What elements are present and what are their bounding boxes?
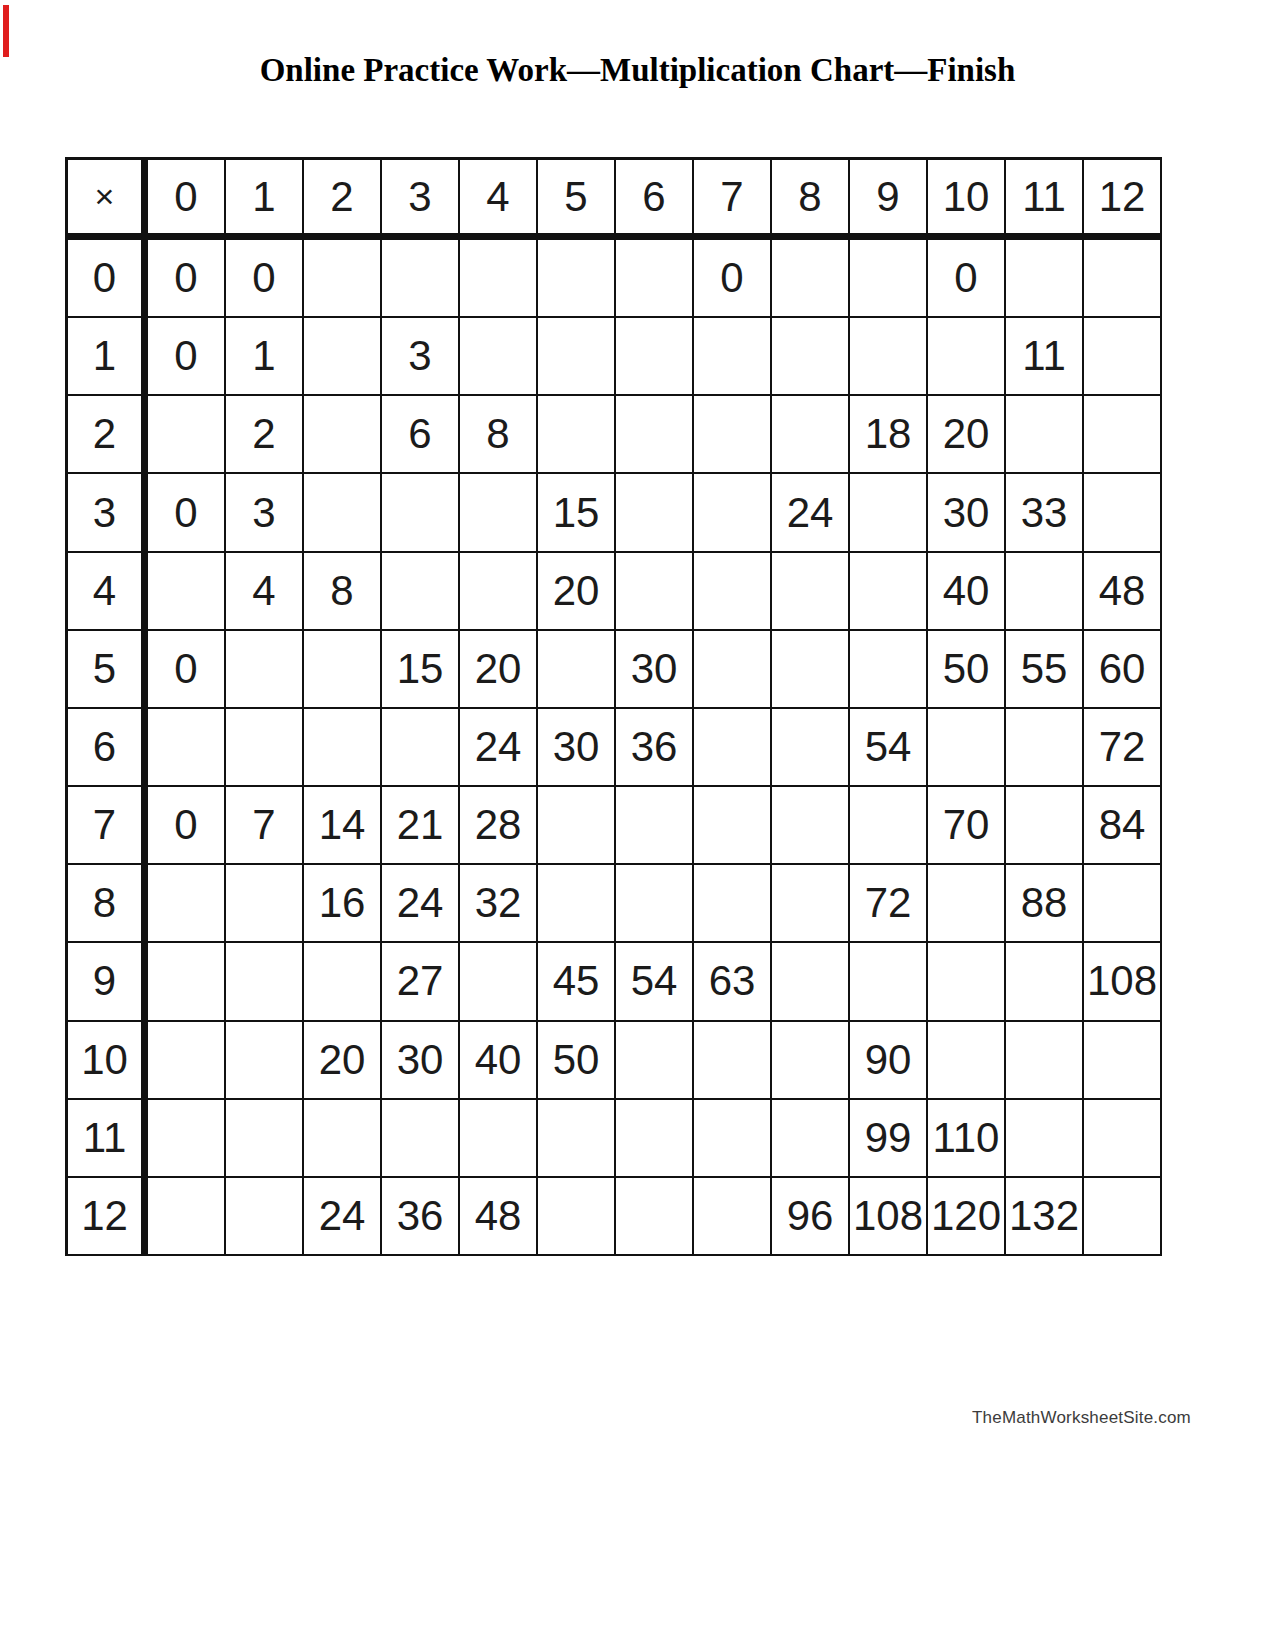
row-header-2: 2 bbox=[68, 396, 148, 474]
empty-cell-r4c11 bbox=[1006, 553, 1084, 631]
product-cell-r6c12: 72 bbox=[1084, 709, 1162, 787]
col-header-8: 8 bbox=[772, 160, 850, 240]
empty-cell-r9c1 bbox=[226, 943, 304, 1021]
empty-cell-r8c5 bbox=[538, 865, 616, 943]
empty-cell-r1c4 bbox=[460, 318, 538, 396]
product-cell-r12c3: 36 bbox=[382, 1178, 460, 1256]
col-header-4: 4 bbox=[460, 160, 538, 240]
col-header-12: 12 bbox=[1084, 160, 1162, 240]
row-header-10: 10 bbox=[68, 1022, 148, 1100]
empty-cell-r0c4 bbox=[460, 240, 538, 318]
empty-cell-r2c5 bbox=[538, 396, 616, 474]
empty-cell-r12c5 bbox=[538, 1178, 616, 1256]
empty-cell-r9c10 bbox=[928, 943, 1006, 1021]
empty-cell-r10c1 bbox=[226, 1022, 304, 1100]
empty-cell-r12c1 bbox=[226, 1178, 304, 1256]
product-cell-r0c10: 0 bbox=[928, 240, 1006, 318]
col-header-1: 1 bbox=[226, 160, 304, 240]
empty-cell-r12c12 bbox=[1084, 1178, 1162, 1256]
empty-cell-r4c9 bbox=[850, 553, 928, 631]
product-cell-r4c10: 40 bbox=[928, 553, 1006, 631]
product-cell-r11c9: 99 bbox=[850, 1100, 928, 1178]
empty-cell-r3c4 bbox=[460, 474, 538, 552]
empty-cell-r11c7 bbox=[694, 1100, 772, 1178]
product-cell-r12c8: 96 bbox=[772, 1178, 850, 1256]
empty-cell-r8c6 bbox=[616, 865, 694, 943]
product-cell-r5c3: 15 bbox=[382, 631, 460, 709]
empty-cell-r3c3 bbox=[382, 474, 460, 552]
empty-cell-r12c0 bbox=[148, 1178, 226, 1256]
empty-cell-r1c9 bbox=[850, 318, 928, 396]
product-cell-r9c12: 108 bbox=[1084, 943, 1162, 1021]
empty-cell-r11c0 bbox=[148, 1100, 226, 1178]
empty-cell-r10c12 bbox=[1084, 1022, 1162, 1100]
empty-cell-r3c2 bbox=[304, 474, 382, 552]
product-cell-r3c5: 15 bbox=[538, 474, 616, 552]
empty-cell-r5c2 bbox=[304, 631, 382, 709]
empty-cell-r1c5 bbox=[538, 318, 616, 396]
empty-cell-r9c0 bbox=[148, 943, 226, 1021]
empty-cell-r6c7 bbox=[694, 709, 772, 787]
col-header-0: 0 bbox=[148, 160, 226, 240]
times-symbol-corner: × bbox=[68, 160, 148, 240]
product-cell-r10c5: 50 bbox=[538, 1022, 616, 1100]
col-header-11: 11 bbox=[1006, 160, 1084, 240]
col-header-2: 2 bbox=[304, 160, 382, 240]
product-cell-r3c0: 0 bbox=[148, 474, 226, 552]
empty-cell-r2c0 bbox=[148, 396, 226, 474]
col-header-10: 10 bbox=[928, 160, 1006, 240]
empty-cell-r1c7 bbox=[694, 318, 772, 396]
empty-cell-r2c7 bbox=[694, 396, 772, 474]
product-cell-r8c9: 72 bbox=[850, 865, 928, 943]
empty-cell-r0c3 bbox=[382, 240, 460, 318]
empty-cell-r5c1 bbox=[226, 631, 304, 709]
product-cell-r12c9: 108 bbox=[850, 1178, 928, 1256]
empty-cell-r4c3 bbox=[382, 553, 460, 631]
product-cell-r6c9: 54 bbox=[850, 709, 928, 787]
empty-cell-r7c8 bbox=[772, 787, 850, 865]
empty-cell-r9c2 bbox=[304, 943, 382, 1021]
empty-cell-r4c0 bbox=[148, 553, 226, 631]
empty-cell-r2c6 bbox=[616, 396, 694, 474]
product-cell-r5c10: 50 bbox=[928, 631, 1006, 709]
empty-cell-r11c11 bbox=[1006, 1100, 1084, 1178]
col-header-9: 9 bbox=[850, 160, 928, 240]
row-header-8: 8 bbox=[68, 865, 148, 943]
empty-cell-r11c6 bbox=[616, 1100, 694, 1178]
product-cell-r12c4: 48 bbox=[460, 1178, 538, 1256]
product-cell-r7c10: 70 bbox=[928, 787, 1006, 865]
col-header-3: 3 bbox=[382, 160, 460, 240]
empty-cell-r11c2 bbox=[304, 1100, 382, 1178]
empty-cell-r7c9 bbox=[850, 787, 928, 865]
product-cell-r7c3: 21 bbox=[382, 787, 460, 865]
product-cell-r2c4: 8 bbox=[460, 396, 538, 474]
empty-cell-r1c10 bbox=[928, 318, 1006, 396]
product-cell-r3c1: 3 bbox=[226, 474, 304, 552]
product-cell-r7c0: 0 bbox=[148, 787, 226, 865]
product-cell-r6c6: 36 bbox=[616, 709, 694, 787]
empty-cell-r10c10 bbox=[928, 1022, 1006, 1100]
empty-cell-r1c2 bbox=[304, 318, 382, 396]
empty-cell-r4c4 bbox=[460, 553, 538, 631]
empty-cell-r2c12 bbox=[1084, 396, 1162, 474]
empty-cell-r2c2 bbox=[304, 396, 382, 474]
product-cell-r0c0: 0 bbox=[148, 240, 226, 318]
empty-cell-r11c12 bbox=[1084, 1100, 1162, 1178]
product-cell-r4c2: 8 bbox=[304, 553, 382, 631]
product-cell-r1c0: 0 bbox=[148, 318, 226, 396]
empty-cell-r6c1 bbox=[226, 709, 304, 787]
product-cell-r10c2: 20 bbox=[304, 1022, 382, 1100]
product-cell-r9c6: 54 bbox=[616, 943, 694, 1021]
empty-cell-r9c4 bbox=[460, 943, 538, 1021]
product-cell-r11c10: 110 bbox=[928, 1100, 1006, 1178]
product-cell-r0c7: 0 bbox=[694, 240, 772, 318]
product-cell-r8c2: 16 bbox=[304, 865, 382, 943]
empty-cell-r3c9 bbox=[850, 474, 928, 552]
product-cell-r2c10: 20 bbox=[928, 396, 1006, 474]
empty-cell-r0c2 bbox=[304, 240, 382, 318]
col-header-6: 6 bbox=[616, 160, 694, 240]
product-cell-r1c1: 1 bbox=[226, 318, 304, 396]
empty-cell-r5c7 bbox=[694, 631, 772, 709]
product-cell-r7c2: 14 bbox=[304, 787, 382, 865]
empty-cell-r1c6 bbox=[616, 318, 694, 396]
product-cell-r8c11: 88 bbox=[1006, 865, 1084, 943]
empty-cell-r10c6 bbox=[616, 1022, 694, 1100]
product-cell-r4c1: 4 bbox=[226, 553, 304, 631]
empty-cell-r9c9 bbox=[850, 943, 928, 1021]
product-cell-r10c4: 40 bbox=[460, 1022, 538, 1100]
red-edge-mark bbox=[3, 5, 9, 57]
empty-cell-r8c1 bbox=[226, 865, 304, 943]
empty-cell-r7c6 bbox=[616, 787, 694, 865]
product-cell-r2c9: 18 bbox=[850, 396, 928, 474]
row-header-12: 12 bbox=[68, 1178, 148, 1256]
empty-cell-r7c7 bbox=[694, 787, 772, 865]
product-cell-r8c3: 24 bbox=[382, 865, 460, 943]
empty-cell-r11c8 bbox=[772, 1100, 850, 1178]
empty-cell-r10c8 bbox=[772, 1022, 850, 1100]
empty-cell-r0c8 bbox=[772, 240, 850, 318]
empty-cell-r5c5 bbox=[538, 631, 616, 709]
product-cell-r9c7: 63 bbox=[694, 943, 772, 1021]
empty-cell-r8c0 bbox=[148, 865, 226, 943]
empty-cell-r6c2 bbox=[304, 709, 382, 787]
empty-cell-r11c4 bbox=[460, 1100, 538, 1178]
product-cell-r7c1: 7 bbox=[226, 787, 304, 865]
product-cell-r10c3: 30 bbox=[382, 1022, 460, 1100]
row-header-0: 0 bbox=[68, 240, 148, 318]
empty-cell-r6c11 bbox=[1006, 709, 1084, 787]
empty-cell-r12c6 bbox=[616, 1178, 694, 1256]
product-cell-r7c12: 84 bbox=[1084, 787, 1162, 865]
product-cell-r5c0: 0 bbox=[148, 631, 226, 709]
product-cell-r2c1: 2 bbox=[226, 396, 304, 474]
col-header-7: 7 bbox=[694, 160, 772, 240]
product-cell-r5c6: 30 bbox=[616, 631, 694, 709]
product-cell-r9c5: 45 bbox=[538, 943, 616, 1021]
site-credit: TheMathWorksheetSite.com bbox=[972, 1408, 1191, 1428]
empty-cell-r8c10 bbox=[928, 865, 1006, 943]
empty-cell-r6c8 bbox=[772, 709, 850, 787]
empty-cell-r7c5 bbox=[538, 787, 616, 865]
empty-cell-r4c8 bbox=[772, 553, 850, 631]
empty-cell-r8c8 bbox=[772, 865, 850, 943]
empty-cell-r3c12 bbox=[1084, 474, 1162, 552]
empty-cell-r11c3 bbox=[382, 1100, 460, 1178]
empty-cell-r10c0 bbox=[148, 1022, 226, 1100]
product-cell-r10c9: 90 bbox=[850, 1022, 928, 1100]
empty-cell-r0c5 bbox=[538, 240, 616, 318]
product-cell-r5c11: 55 bbox=[1006, 631, 1084, 709]
row-header-11: 11 bbox=[68, 1100, 148, 1178]
row-header-4: 4 bbox=[68, 553, 148, 631]
empty-cell-r9c8 bbox=[772, 943, 850, 1021]
product-cell-r3c10: 30 bbox=[928, 474, 1006, 552]
row-header-9: 9 bbox=[68, 943, 148, 1021]
empty-cell-r12c7 bbox=[694, 1178, 772, 1256]
empty-cell-r5c8 bbox=[772, 631, 850, 709]
product-cell-r12c11: 132 bbox=[1006, 1178, 1084, 1256]
empty-cell-r9c11 bbox=[1006, 943, 1084, 1021]
row-header-1: 1 bbox=[68, 318, 148, 396]
empty-cell-r11c1 bbox=[226, 1100, 304, 1178]
row-header-3: 3 bbox=[68, 474, 148, 552]
product-cell-r4c5: 20 bbox=[538, 553, 616, 631]
empty-cell-r3c7 bbox=[694, 474, 772, 552]
product-cell-r1c3: 3 bbox=[382, 318, 460, 396]
product-cell-r6c5: 30 bbox=[538, 709, 616, 787]
row-header-7: 7 bbox=[68, 787, 148, 865]
empty-cell-r6c10 bbox=[928, 709, 1006, 787]
product-cell-r1c11: 11 bbox=[1006, 318, 1084, 396]
empty-cell-r8c7 bbox=[694, 865, 772, 943]
product-cell-r12c10: 120 bbox=[928, 1178, 1006, 1256]
empty-cell-r11c5 bbox=[538, 1100, 616, 1178]
product-cell-r8c4: 32 bbox=[460, 865, 538, 943]
product-cell-r3c11: 33 bbox=[1006, 474, 1084, 552]
empty-cell-r1c12 bbox=[1084, 318, 1162, 396]
multiplication-grid: ×012345678910111200000101311226818203031… bbox=[65, 157, 1162, 1256]
empty-cell-r0c9 bbox=[850, 240, 928, 318]
product-cell-r9c3: 27 bbox=[382, 943, 460, 1021]
empty-cell-r6c3 bbox=[382, 709, 460, 787]
product-cell-r5c12: 60 bbox=[1084, 631, 1162, 709]
empty-cell-r10c7 bbox=[694, 1022, 772, 1100]
empty-cell-r0c11 bbox=[1006, 240, 1084, 318]
empty-cell-r1c8 bbox=[772, 318, 850, 396]
row-header-5: 5 bbox=[68, 631, 148, 709]
empty-cell-r10c11 bbox=[1006, 1022, 1084, 1100]
empty-cell-r7c11 bbox=[1006, 787, 1084, 865]
empty-cell-r0c6 bbox=[616, 240, 694, 318]
empty-cell-r2c11 bbox=[1006, 396, 1084, 474]
empty-cell-r4c6 bbox=[616, 553, 694, 631]
product-cell-r5c4: 20 bbox=[460, 631, 538, 709]
product-cell-r7c4: 28 bbox=[460, 787, 538, 865]
empty-cell-r2c8 bbox=[772, 396, 850, 474]
empty-cell-r3c6 bbox=[616, 474, 694, 552]
product-cell-r4c12: 48 bbox=[1084, 553, 1162, 631]
page-title: Online Practice Work—Multiplication Char… bbox=[0, 52, 1275, 89]
product-cell-r0c1: 0 bbox=[226, 240, 304, 318]
empty-cell-r5c9 bbox=[850, 631, 928, 709]
col-header-5: 5 bbox=[538, 160, 616, 240]
product-cell-r2c3: 6 bbox=[382, 396, 460, 474]
empty-cell-r0c12 bbox=[1084, 240, 1162, 318]
empty-cell-r6c0 bbox=[148, 709, 226, 787]
empty-cell-r8c12 bbox=[1084, 865, 1162, 943]
product-cell-r12c2: 24 bbox=[304, 1178, 382, 1256]
product-cell-r6c4: 24 bbox=[460, 709, 538, 787]
product-cell-r3c8: 24 bbox=[772, 474, 850, 552]
row-header-6: 6 bbox=[68, 709, 148, 787]
empty-cell-r4c7 bbox=[694, 553, 772, 631]
